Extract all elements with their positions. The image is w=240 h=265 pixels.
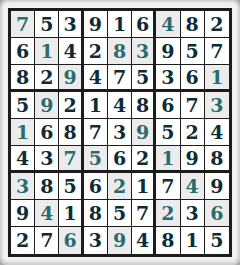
cell-r5c3[interactable]: 8 <box>59 119 83 146</box>
cell-r5c6[interactable]: 9 <box>132 119 156 146</box>
cell-r7c1[interactable]: 3 <box>11 173 35 200</box>
cell-r1c8[interactable]: 8 <box>181 11 205 38</box>
cell-r2c2[interactable]: 1 <box>35 38 59 65</box>
cell-r5c2[interactable]: 6 <box>35 119 59 146</box>
cell-r8c4[interactable]: 8 <box>84 200 108 227</box>
cell-r2c9[interactable]: 7 <box>205 38 229 65</box>
cell-r9c6[interactable]: 4 <box>132 227 156 254</box>
cell-r9c2[interactable]: 7 <box>35 227 59 254</box>
cell-r5c7[interactable]: 5 <box>156 119 180 146</box>
cell-r5c9[interactable]: 4 <box>205 119 229 146</box>
cell-r2c5[interactable]: 8 <box>108 38 132 65</box>
cell-r4c2[interactable]: 9 <box>35 92 59 119</box>
cell-r2c8[interactable]: 5 <box>181 38 205 65</box>
cell-r4c6[interactable]: 8 <box>132 92 156 119</box>
cell-r4c4[interactable]: 1 <box>84 92 108 119</box>
cell-r9c3[interactable]: 6 <box>59 227 83 254</box>
cell-r6c2[interactable]: 3 <box>35 146 59 173</box>
cell-r3c6[interactable]: 5 <box>132 65 156 92</box>
cell-r6c8[interactable]: 9 <box>181 146 205 173</box>
cell-r7c3[interactable]: 5 <box>59 173 83 200</box>
cell-r5c5[interactable]: 3 <box>108 119 132 146</box>
cell-r8c9[interactable]: 6 <box>205 200 229 227</box>
cell-r8c2[interactable]: 4 <box>35 200 59 227</box>
cell-r2c4[interactable]: 2 <box>84 38 108 65</box>
cell-r4c7[interactable]: 6 <box>156 92 180 119</box>
cell-r3c5[interactable]: 7 <box>108 65 132 92</box>
cell-r7c9[interactable]: 9 <box>205 173 229 200</box>
cell-r7c4[interactable]: 6 <box>84 173 108 200</box>
cell-r2c7[interactable]: 9 <box>156 38 180 65</box>
cell-r2c1[interactable]: 6 <box>11 38 35 65</box>
sudoku-board: 7539164826142839578294753615921486731687… <box>8 8 232 257</box>
cell-r1c3[interactable]: 3 <box>59 11 83 38</box>
cell-r9c1[interactable]: 2 <box>11 227 35 254</box>
cell-r2c6[interactable]: 3 <box>132 38 156 65</box>
cell-r7c6[interactable]: 1 <box>132 173 156 200</box>
cell-r7c8[interactable]: 4 <box>181 173 205 200</box>
cell-r3c2[interactable]: 2 <box>35 65 59 92</box>
cell-r9c9[interactable]: 5 <box>205 227 229 254</box>
cell-r3c1[interactable]: 8 <box>11 65 35 92</box>
cell-r3c8[interactable]: 6 <box>181 65 205 92</box>
cell-r4c5[interactable]: 4 <box>108 92 132 119</box>
cell-r9c5[interactable]: 9 <box>108 227 132 254</box>
cell-r7c2[interactable]: 8 <box>35 173 59 200</box>
cell-r7c7[interactable]: 7 <box>156 173 180 200</box>
cell-r4c8[interactable]: 7 <box>181 92 205 119</box>
cell-r8c8[interactable]: 3 <box>181 200 205 227</box>
cell-r1c9[interactable]: 2 <box>205 11 229 38</box>
cell-r6c5[interactable]: 6 <box>108 146 132 173</box>
cell-r3c9[interactable]: 1 <box>205 65 229 92</box>
cell-r6c3[interactable]: 7 <box>59 146 83 173</box>
cell-r4c9[interactable]: 3 <box>205 92 229 119</box>
cell-r9c4[interactable]: 3 <box>84 227 108 254</box>
cell-r9c7[interactable]: 8 <box>156 227 180 254</box>
cell-r9c8[interactable]: 1 <box>181 227 205 254</box>
cell-r1c6[interactable]: 6 <box>132 11 156 38</box>
cell-r7c5[interactable]: 2 <box>108 173 132 200</box>
cell-r6c1[interactable]: 4 <box>11 146 35 173</box>
cell-r5c8[interactable]: 2 <box>181 119 205 146</box>
cell-r8c5[interactable]: 5 <box>108 200 132 227</box>
cell-r6c4[interactable]: 5 <box>84 146 108 173</box>
cell-r3c4[interactable]: 4 <box>84 65 108 92</box>
cell-r2c3[interactable]: 4 <box>59 38 83 65</box>
cell-r4c1[interactable]: 5 <box>11 92 35 119</box>
cell-r8c3[interactable]: 1 <box>59 200 83 227</box>
cell-r4c3[interactable]: 2 <box>59 92 83 119</box>
cell-r1c7[interactable]: 4 <box>156 11 180 38</box>
cell-r5c1[interactable]: 1 <box>11 119 35 146</box>
cell-r5c4[interactable]: 7 <box>84 119 108 146</box>
cell-r1c2[interactable]: 5 <box>35 11 59 38</box>
cell-r1c5[interactable]: 1 <box>108 11 132 38</box>
cell-r3c3[interactable]: 9 <box>59 65 83 92</box>
cell-r1c1[interactable]: 7 <box>11 11 35 38</box>
cell-r8c6[interactable]: 7 <box>132 200 156 227</box>
cell-r6c9[interactable]: 8 <box>205 146 229 173</box>
cell-r8c1[interactable]: 9 <box>11 200 35 227</box>
page-background: 7539164826142839578294753615921486731687… <box>0 0 240 265</box>
cell-r3c7[interactable]: 3 <box>156 65 180 92</box>
cell-r8c7[interactable]: 2 <box>156 200 180 227</box>
cell-r6c7[interactable]: 1 <box>156 146 180 173</box>
cell-r6c6[interactable]: 2 <box>132 146 156 173</box>
cell-r1c4[interactable]: 9 <box>84 11 108 38</box>
